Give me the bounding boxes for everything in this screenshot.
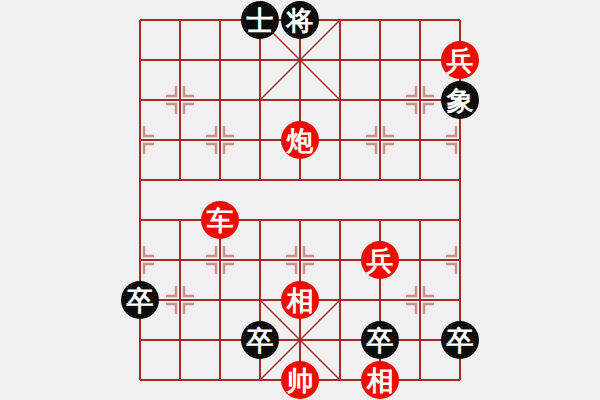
piece-black-soldier-i2[interactable]: 卒 bbox=[441, 321, 479, 359]
piece-black-general-e10[interactable]: 将 bbox=[281, 1, 319, 39]
piece-black-soldier-a3[interactable]: 卒 bbox=[121, 281, 159, 319]
piece-red-general-e1[interactable]: 帅 bbox=[281, 361, 319, 399]
piece-black-soldier-d2[interactable]: 卒 bbox=[241, 321, 279, 359]
piece-red-soldier-g4[interactable]: 兵 bbox=[361, 241, 399, 279]
piece-layer: 士将兵象炮车兵卒相卒卒卒帅相 bbox=[120, 0, 480, 400]
piece-red-cannon-e7[interactable]: 炮 bbox=[281, 121, 319, 159]
piece-black-advisor-d10[interactable]: 士 bbox=[241, 1, 279, 39]
piece-red-elephant-e3[interactable]: 相 bbox=[281, 281, 319, 319]
piece-red-elephant-g1[interactable]: 相 bbox=[361, 361, 399, 399]
piece-black-elephant-i8[interactable]: 象 bbox=[441, 81, 479, 119]
xiangqi-board-screenshot: 士将兵象炮车兵卒相卒卒卒帅相 bbox=[0, 0, 600, 400]
piece-red-chariot-c5[interactable]: 车 bbox=[201, 201, 239, 239]
piece-red-soldier-i9[interactable]: 兵 bbox=[441, 41, 479, 79]
piece-black-soldier-g2[interactable]: 卒 bbox=[361, 321, 399, 359]
